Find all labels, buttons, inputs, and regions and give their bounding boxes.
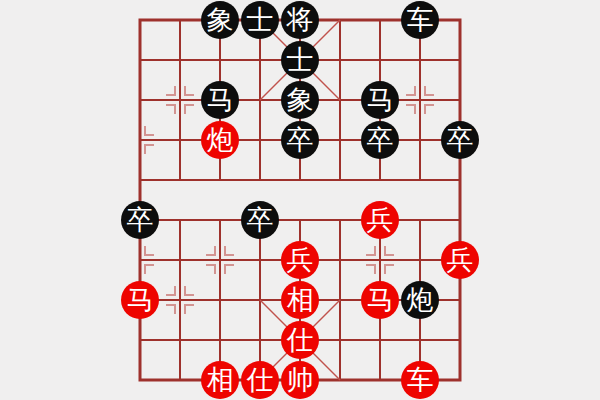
piece-red-pawn[interactable]: 兵 (281, 241, 319, 279)
piece-black-advisor[interactable]: 士 (281, 41, 319, 79)
piece-red-horse[interactable]: 马 (361, 281, 399, 319)
piece-red-advisor[interactable]: 仕 (281, 321, 319, 359)
piece-black-horse[interactable]: 马 (361, 81, 399, 119)
piece-black-horse[interactable]: 马 (201, 81, 239, 119)
piece-red-horse[interactable]: 马 (121, 281, 159, 319)
piece-black-pawn[interactable]: 卒 (361, 121, 399, 159)
piece-red-pawn[interactable]: 兵 (361, 201, 399, 239)
piece-red-pawn[interactable]: 兵 (441, 241, 479, 279)
piece-black-advisor[interactable]: 士 (241, 1, 279, 39)
piece-red-cannon[interactable]: 炮 (201, 121, 239, 159)
piece-black-pawn[interactable]: 卒 (241, 201, 279, 239)
piece-red-elephant[interactable]: 相 (201, 361, 239, 399)
piece-red-elephant[interactable]: 相 (281, 281, 319, 319)
piece-red-advisor[interactable]: 仕 (241, 361, 279, 399)
piece-red-chariot[interactable]: 车 (401, 361, 439, 399)
piece-black-chariot[interactable]: 车 (401, 1, 439, 39)
piece-black-general[interactable]: 将 (281, 1, 319, 39)
piece-black-elephant[interactable]: 象 (281, 81, 319, 119)
piece-red-general[interactable]: 帅 (281, 361, 319, 399)
xiangqi-board: 象士将车士马象马炮卒卒卒卒卒兵兵兵马相马炮仕相仕帅车 (0, 0, 600, 400)
piece-black-pawn[interactable]: 卒 (121, 201, 159, 239)
piece-black-cannon[interactable]: 炮 (401, 281, 439, 319)
piece-grid: 象士将车士马象马炮卒卒卒卒卒兵兵兵马相马炮仕相仕帅车 (120, 0, 480, 400)
piece-black-elephant[interactable]: 象 (201, 1, 239, 39)
piece-black-pawn[interactable]: 卒 (281, 121, 319, 159)
piece-black-pawn[interactable]: 卒 (441, 121, 479, 159)
